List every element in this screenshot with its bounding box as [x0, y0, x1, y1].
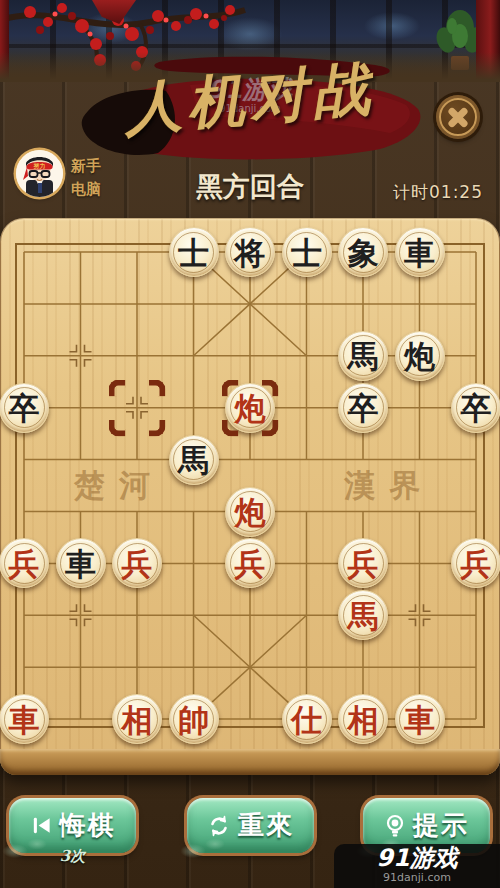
piece-glyph: 兵 — [9, 549, 40, 580]
piece-red-相[interactable]: 相 — [112, 694, 162, 744]
last-move-from-marker — [109, 379, 166, 436]
close-button[interactable] — [436, 95, 480, 139]
piece-red-車[interactable]: 車 — [395, 694, 445, 744]
piece-black-卒[interactable]: 卒 — [451, 383, 500, 433]
piece-glyph: 炮 — [404, 341, 435, 372]
piece-glyph: 兵 — [461, 549, 492, 580]
piece-glyph: 車 — [404, 238, 435, 269]
piece-black-士[interactable]: 士 — [169, 227, 219, 277]
piece-black-車[interactable]: 車 — [56, 538, 106, 588]
piece-red-帥[interactable]: 帥 — [169, 694, 219, 744]
skip-back-icon — [30, 814, 53, 837]
piece-red-兵[interactable]: 兵 — [0, 538, 49, 588]
bulb-icon — [384, 814, 406, 838]
watermark-brand: 91游戏 — [334, 845, 500, 871]
title-banner: 91游戏 91danji.com 人机对战 — [70, 55, 430, 167]
piece-glyph: 馬 — [348, 601, 379, 632]
undo-label: 悔棋 — [60, 808, 116, 843]
piece-red-相[interactable]: 相 — [338, 694, 388, 744]
piece-glyph: 帥 — [178, 705, 209, 736]
piece-red-仕[interactable]: 仕 — [282, 694, 332, 744]
bracket-corner — [109, 379, 126, 396]
piece-glyph: 士 — [291, 238, 322, 269]
piece-glyph: 士 — [178, 238, 209, 269]
piece-black-馬[interactable]: 馬 — [169, 435, 219, 485]
piece-red-兵[interactable]: 兵 — [112, 538, 162, 588]
piece-black-卒[interactable]: 卒 — [338, 383, 388, 433]
piece-glyph: 卒 — [9, 393, 40, 424]
piece-glyph: 兵 — [122, 549, 153, 580]
piece-red-車[interactable]: 車 — [0, 694, 49, 744]
piece-black-士[interactable]: 士 — [282, 227, 332, 277]
piece-glyph: 卒 — [461, 393, 492, 424]
restart-button[interactable]: 重來 — [187, 798, 314, 853]
piece-red-炮[interactable]: 炮 — [225, 487, 275, 537]
piece-glyph: 車 — [65, 549, 96, 580]
piece-red-兵[interactable]: 兵 — [338, 538, 388, 588]
watermark-plate: 91游戏 91danji.com — [334, 844, 500, 888]
pieces-layer: 士将士象車馬炮卒卒卒馬車炮炮兵兵兵兵兵馬車相帥仕相車 — [0, 218, 500, 775]
undo-button[interactable]: 悔棋 3次 — [9, 798, 136, 853]
piece-glyph: 象 — [348, 238, 379, 269]
piece-glyph: 車 — [9, 705, 40, 736]
piece-red-兵[interactable]: 兵 — [451, 538, 500, 588]
piece-black-象[interactable]: 象 — [338, 227, 388, 277]
piece-glyph: 仕 — [291, 705, 322, 736]
piece-glyph: 車 — [404, 705, 435, 736]
undo-count: 3次 — [60, 847, 85, 866]
piece-glyph: 馬 — [178, 445, 209, 476]
piece-glyph: 卒 — [348, 393, 379, 424]
watermark-site: 91danji.com — [334, 871, 500, 884]
piece-glyph: 相 — [122, 705, 153, 736]
piece-black-炮[interactable]: 炮 — [395, 331, 445, 381]
piece-black-車[interactable]: 車 — [395, 227, 445, 277]
bracket-corner — [149, 419, 166, 436]
piece-glyph: 炮 — [235, 497, 266, 528]
bracket-corner — [109, 419, 126, 436]
timer: 计时01:25 — [393, 181, 483, 204]
piece-glyph: 馬 — [348, 341, 379, 372]
piece-black-卒[interactable]: 卒 — [0, 383, 49, 433]
piece-red-炮[interactable]: 炮 — [225, 383, 275, 433]
piece-black-将[interactable]: 将 — [225, 227, 275, 277]
restart-icon — [207, 814, 231, 838]
piece-glyph: 炮 — [235, 393, 266, 424]
piece-glyph: 兵 — [235, 549, 266, 580]
piece-red-馬[interactable]: 馬 — [338, 590, 388, 640]
piece-red-兵[interactable]: 兵 — [225, 538, 275, 588]
piece-glyph: 相 — [348, 705, 379, 736]
piece-glyph: 兵 — [348, 549, 379, 580]
app-window: 91游戏 91danji.com 人机对战 努力 新手 电脑 — [0, 0, 500, 888]
xiangqi-board: 楚河 漢界 士将士象車馬炮卒卒卒馬車炮炮兵兵兵兵兵馬車相帥仕相車 — [0, 218, 500, 775]
bracket-corner — [149, 379, 166, 396]
restart-label: 重來 — [238, 808, 294, 843]
piece-black-馬[interactable]: 馬 — [338, 331, 388, 381]
piece-glyph: 将 — [235, 238, 266, 269]
hint-label: 提示 — [413, 808, 469, 843]
